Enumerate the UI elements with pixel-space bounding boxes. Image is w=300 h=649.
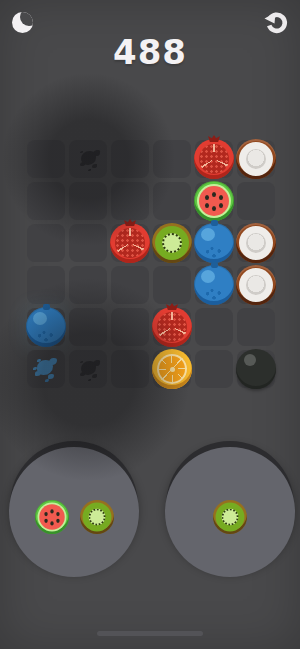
coconut-piece (236, 265, 276, 305)
board-cell[interactable] (195, 308, 233, 346)
board-cell[interactable] (69, 266, 107, 304)
board-cell[interactable] (195, 350, 233, 388)
board-cell[interactable] (237, 266, 275, 304)
board-cell[interactable] (111, 140, 149, 178)
coconut-piece (236, 223, 276, 263)
dark-splat-piece (68, 349, 108, 389)
undo-icon (262, 7, 290, 35)
board-cell[interactable] (27, 224, 65, 262)
orange-slice-piece (152, 349, 192, 389)
tray-kiwi-piece[interactable] (213, 500, 247, 534)
board-cell[interactable] (27, 266, 65, 304)
blueberry-piece (194, 265, 234, 305)
blueberry-piece (26, 307, 66, 347)
board-cell[interactable] (69, 308, 107, 346)
app-screen: 488 (0, 0, 300, 649)
pomegranate-piece (110, 223, 150, 263)
board-cell[interactable] (153, 182, 191, 220)
kiwi-piece (152, 223, 192, 263)
board-cell[interactable] (69, 224, 107, 262)
board-cell[interactable] (69, 182, 107, 220)
undo-button[interactable] (262, 7, 290, 35)
board-cell[interactable] (111, 266, 149, 304)
board-cell[interactable] (153, 308, 191, 346)
board-cell[interactable] (27, 140, 65, 178)
pomegranate-piece (152, 307, 192, 347)
board-cell[interactable] (237, 308, 275, 346)
board-cell[interactable] (111, 308, 149, 346)
coconut-piece (236, 139, 276, 179)
board-cell[interactable] (237, 182, 275, 220)
dark-ball-piece (236, 349, 276, 389)
tray-watermelon-piece[interactable] (35, 500, 69, 534)
board-cell[interactable] (153, 224, 191, 262)
tray-left[interactable] (9, 447, 139, 577)
dark-splat-piece (68, 139, 108, 179)
watermelon-piece (194, 181, 234, 221)
board-cell[interactable] (111, 224, 149, 262)
board-cell[interactable] (195, 266, 233, 304)
board-cell[interactable] (153, 350, 191, 388)
board-cell[interactable] (69, 350, 107, 388)
board-cell[interactable] (111, 182, 149, 220)
game-board (27, 140, 275, 388)
tray-right[interactable] (165, 447, 295, 577)
board-cell[interactable] (111, 350, 149, 388)
board-cell[interactable] (237, 140, 275, 178)
tray-kiwi-piece[interactable] (80, 500, 114, 534)
score: 488 (0, 32, 300, 72)
home-indicator[interactable] (97, 631, 203, 636)
board-cell[interactable] (237, 224, 275, 262)
board-cell[interactable] (195, 140, 233, 178)
board-cell[interactable] (69, 140, 107, 178)
board-cell[interactable] (153, 266, 191, 304)
board-cell[interactable] (153, 140, 191, 178)
blue-splat-piece (26, 349, 66, 389)
board-cell[interactable] (237, 350, 275, 388)
board-cell[interactable] (195, 182, 233, 220)
pomegranate-piece (194, 139, 234, 179)
blueberry-piece (194, 223, 234, 263)
board-cell[interactable] (27, 308, 65, 346)
moon-icon (12, 12, 33, 33)
board-cell[interactable] (27, 350, 65, 388)
board-cell[interactable] (27, 182, 65, 220)
board-cell[interactable] (195, 224, 233, 262)
